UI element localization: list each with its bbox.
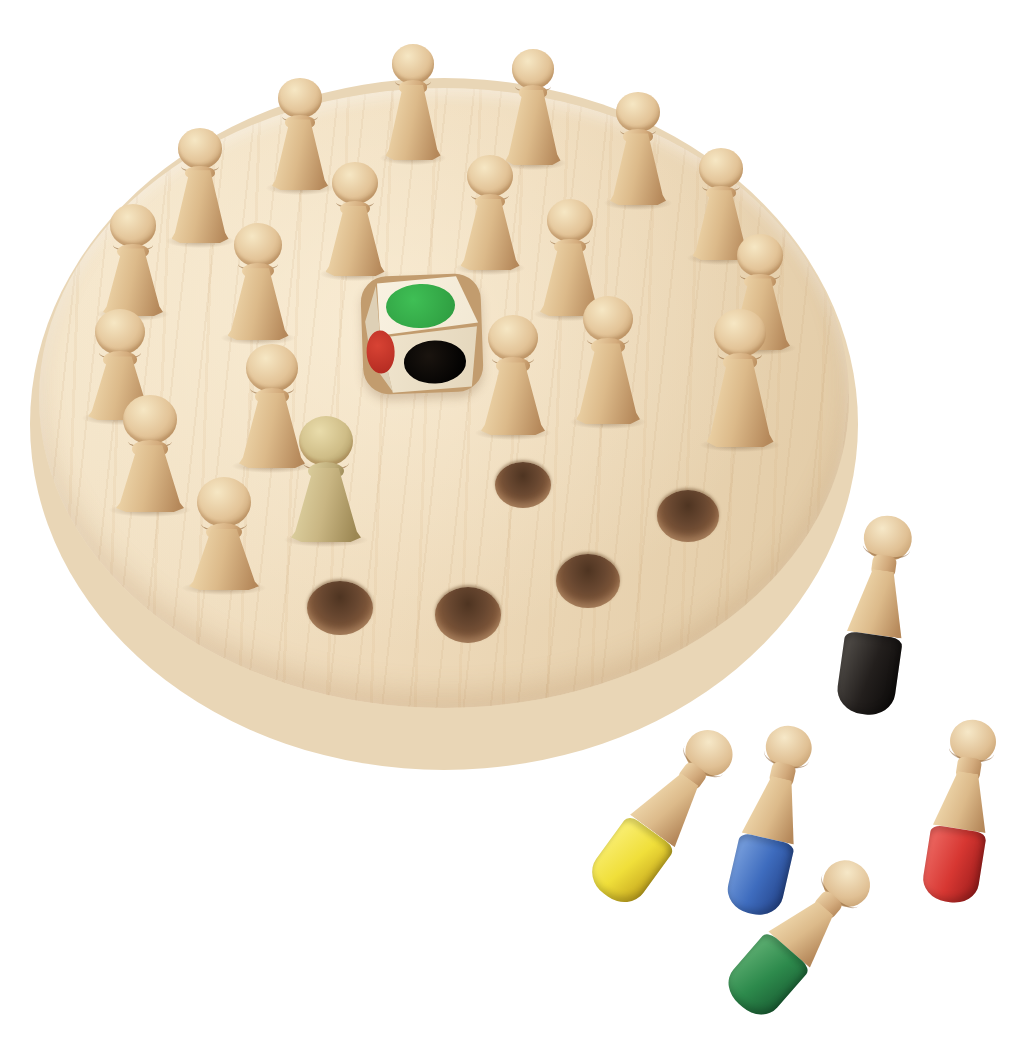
peg-color-tip-black (835, 631, 903, 718)
standing-peg-13[interactable] (228, 223, 289, 340)
peg-body (610, 133, 666, 205)
peg-color-tip-red (920, 825, 987, 906)
empty-hole-h3[interactable] (556, 554, 620, 608)
peg-body (172, 170, 229, 243)
empty-hole-h4[interactable] (657, 490, 719, 542)
peg-cone (742, 772, 808, 844)
empty-hole-h2[interactable] (435, 587, 501, 643)
peg-body (189, 529, 259, 590)
standing-peg-10[interactable] (707, 309, 774, 447)
peg-cone (847, 567, 911, 639)
peg-body (326, 206, 385, 276)
peg-body (272, 119, 328, 190)
standing-peg-16[interactable] (116, 395, 184, 512)
standing-peg-12[interactable] (461, 155, 520, 270)
peg-body (506, 90, 561, 165)
standing-peg-3[interactable] (386, 44, 441, 160)
removed-peg-yellow[interactable] (580, 716, 748, 914)
removed-peg-red[interactable] (917, 715, 1007, 906)
peg-cone (933, 769, 995, 834)
empty-hole-h5[interactable] (495, 462, 551, 508)
die-dot-red (366, 330, 395, 373)
standing-peg-11[interactable] (326, 162, 385, 276)
color-die[interactable] (360, 273, 484, 395)
removed-peg-black[interactable] (831, 512, 922, 719)
standing-peg-17[interactable] (189, 477, 259, 590)
standing-peg-20[interactable] (103, 204, 163, 316)
memory-chess-product-photo (0, 0, 1022, 1060)
peg-body (103, 248, 163, 316)
standing-peg-4[interactable] (506, 49, 561, 165)
peg-body (707, 359, 774, 447)
standing-peg-19[interactable] (481, 315, 545, 435)
peg-body (461, 199, 520, 270)
standing-peg-2[interactable] (272, 78, 328, 190)
peg-body (228, 268, 289, 340)
standing-peg-18[interactable] (291, 416, 361, 542)
peg-body (386, 85, 441, 160)
peg-body (116, 445, 184, 512)
standing-peg-5[interactable] (610, 92, 666, 205)
standing-peg-9[interactable] (576, 296, 640, 424)
peg-body (576, 343, 640, 424)
peg-body (291, 468, 361, 542)
empty-hole-h1[interactable] (307, 581, 373, 635)
standing-peg-1[interactable] (172, 128, 229, 243)
peg-body (481, 362, 545, 435)
